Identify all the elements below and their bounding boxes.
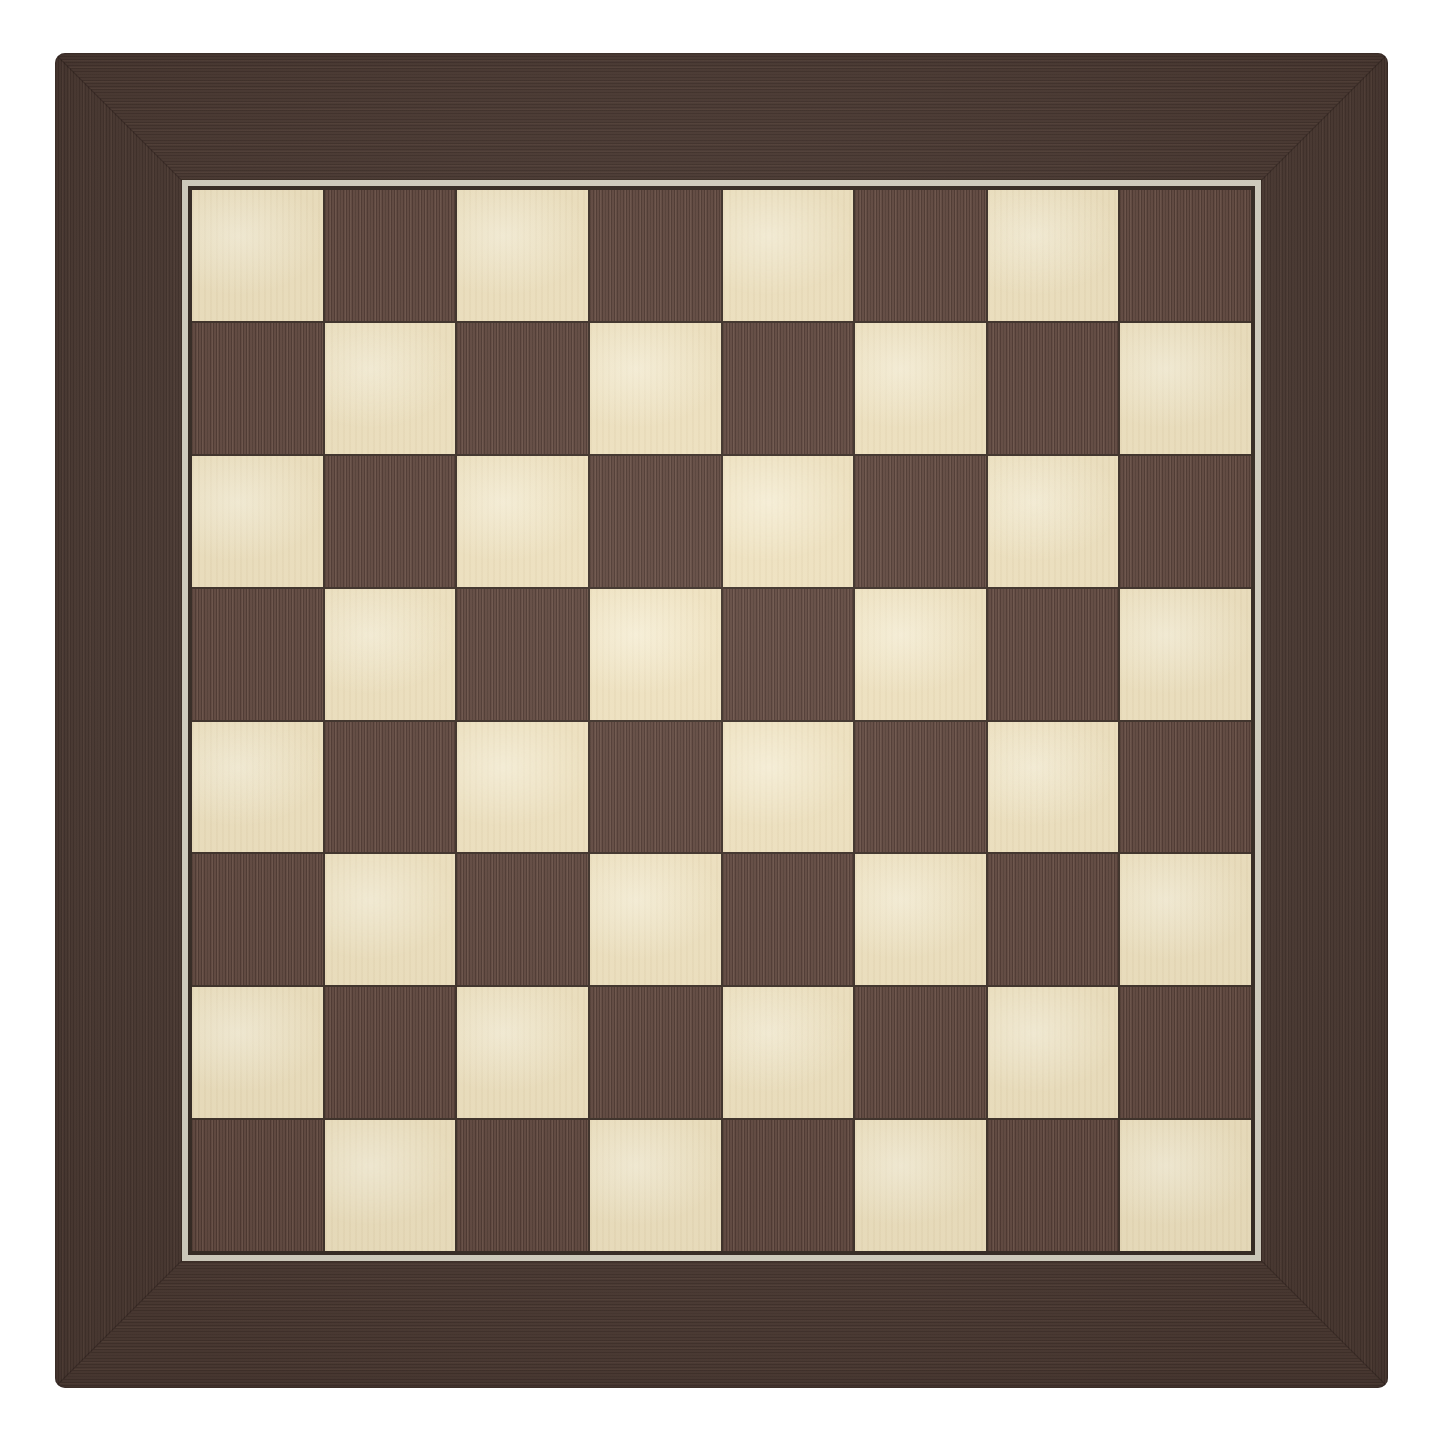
square-e2[interactable] [723,987,854,1118]
field-border [188,186,1255,1255]
square-b1[interactable] [325,1120,456,1251]
square-e5[interactable] [723,589,854,720]
square-e6[interactable] [723,456,854,587]
square-g5[interactable] [988,589,1119,720]
square-d6[interactable] [590,456,721,587]
square-f4[interactable] [855,722,986,853]
square-h7[interactable] [1120,323,1251,454]
miter-seam-top-right [1260,53,1388,182]
square-f5[interactable] [855,589,986,720]
square-f3[interactable] [855,854,986,985]
square-e4[interactable] [723,722,854,853]
square-h8[interactable] [1120,190,1251,321]
square-d7[interactable] [590,323,721,454]
square-g7[interactable] [988,323,1119,454]
square-c8[interactable] [457,190,588,321]
square-a1[interactable] [192,1120,323,1251]
square-c3[interactable] [457,854,588,985]
square-h5[interactable] [1120,589,1251,720]
inlay-line [182,180,1261,1261]
square-g2[interactable] [988,987,1119,1118]
board-photo [0,0,1445,1445]
square-e7[interactable] [723,323,854,454]
square-f7[interactable] [855,323,986,454]
square-b6[interactable] [325,456,456,587]
square-d8[interactable] [590,190,721,321]
square-a6[interactable] [192,456,323,587]
chess-board [55,53,1388,1388]
square-b3[interactable] [325,854,456,985]
square-a8[interactable] [192,190,323,321]
square-a4[interactable] [192,722,323,853]
square-c1[interactable] [457,1120,588,1251]
square-c6[interactable] [457,456,588,587]
square-h4[interactable] [1120,722,1251,853]
square-f2[interactable] [855,987,986,1118]
square-a2[interactable] [192,987,323,1118]
square-c4[interactable] [457,722,588,853]
square-a5[interactable] [192,589,323,720]
square-g6[interactable] [988,456,1119,587]
square-b2[interactable] [325,987,456,1118]
square-c2[interactable] [457,987,588,1118]
square-g8[interactable] [988,190,1119,321]
square-b5[interactable] [325,589,456,720]
square-h6[interactable] [1120,456,1251,587]
square-f8[interactable] [855,190,986,321]
miter-seam-top-left [55,53,183,182]
square-d3[interactable] [590,854,721,985]
square-f1[interactable] [855,1120,986,1251]
miter-seam-bottom-right [1260,1259,1388,1388]
square-g3[interactable] [988,854,1119,985]
miter-seam-bottom-left [55,1259,183,1388]
square-c7[interactable] [457,323,588,454]
square-d5[interactable] [590,589,721,720]
square-e8[interactable] [723,190,854,321]
square-d2[interactable] [590,987,721,1118]
square-f6[interactable] [855,456,986,587]
square-a7[interactable] [192,323,323,454]
squares-grid [192,190,1251,1251]
square-d1[interactable] [590,1120,721,1251]
square-b8[interactable] [325,190,456,321]
square-a3[interactable] [192,854,323,985]
square-g4[interactable] [988,722,1119,853]
square-d4[interactable] [590,722,721,853]
square-b7[interactable] [325,323,456,454]
square-h2[interactable] [1120,987,1251,1118]
square-b4[interactable] [325,722,456,853]
square-g1[interactable] [988,1120,1119,1251]
square-h3[interactable] [1120,854,1251,985]
square-h1[interactable] [1120,1120,1251,1251]
square-c5[interactable] [457,589,588,720]
square-e1[interactable] [723,1120,854,1251]
square-e3[interactable] [723,854,854,985]
